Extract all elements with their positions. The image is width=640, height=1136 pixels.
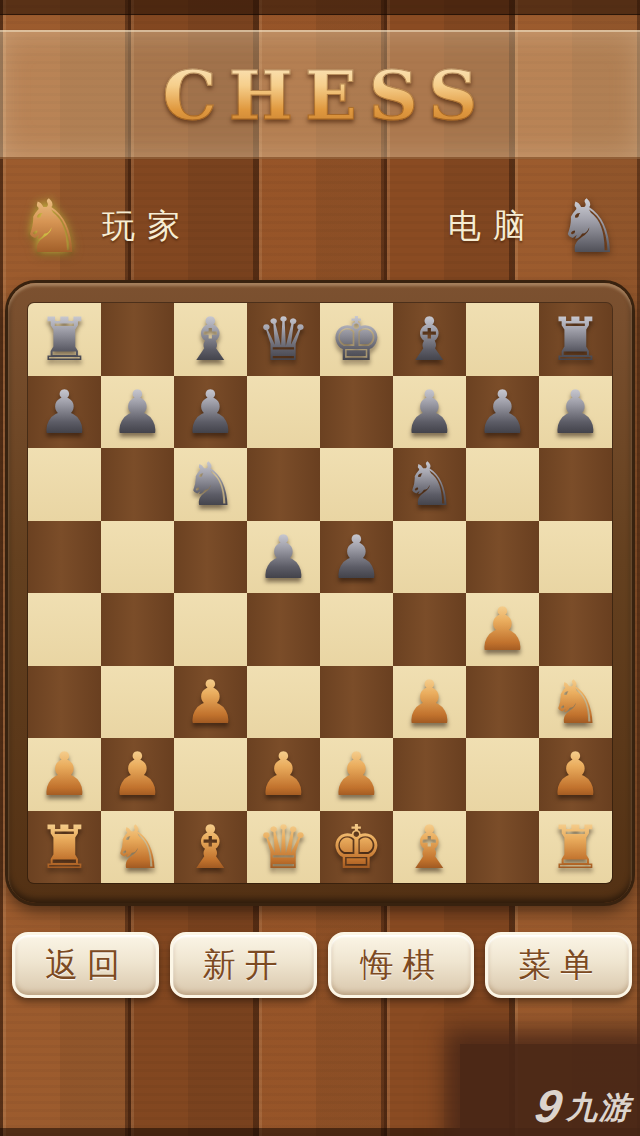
- square-h5[interactable]: [539, 521, 612, 594]
- square-c4[interactable]: [174, 593, 247, 666]
- square-d8[interactable]: ♛: [247, 303, 320, 376]
- square-b7[interactable]: ♟: [101, 376, 174, 449]
- player-left-label: 玩家: [102, 204, 192, 249]
- new-game-button[interactable]: 新开: [170, 932, 317, 998]
- square-d7[interactable]: [247, 376, 320, 449]
- square-g4[interactable]: ♟: [466, 593, 539, 666]
- piece-white-pawn: ♟: [539, 738, 612, 811]
- square-f1[interactable]: ♝: [393, 811, 466, 884]
- piece-white-knight: ♞: [101, 811, 174, 884]
- square-a8[interactable]: ♜: [28, 303, 101, 376]
- square-a5[interactable]: [28, 521, 101, 594]
- piece-black-queen: ♛: [247, 303, 320, 376]
- square-d3[interactable]: [247, 666, 320, 739]
- square-g3[interactable]: [466, 666, 539, 739]
- square-d1[interactable]: ♛: [247, 811, 320, 884]
- piece-white-pawn: ♟: [393, 666, 466, 739]
- player-right-label: 电脑: [448, 204, 538, 249]
- piece-black-pawn: ♟: [393, 376, 466, 449]
- piece-black-knight: ♞: [393, 448, 466, 521]
- square-g1[interactable]: [466, 811, 539, 884]
- square-a2[interactable]: ♟: [28, 738, 101, 811]
- square-c6[interactable]: ♞: [174, 448, 247, 521]
- square-e3[interactable]: [320, 666, 393, 739]
- square-a7[interactable]: ♟: [28, 376, 101, 449]
- piece-black-pawn: ♟: [320, 521, 393, 594]
- square-g2[interactable]: [466, 738, 539, 811]
- square-c1[interactable]: ♝: [174, 811, 247, 884]
- piece-black-pawn: ♟: [539, 376, 612, 449]
- bottom-button-bar: 返回 新开 悔棋 菜单: [12, 932, 632, 998]
- piece-white-rook: ♜: [539, 811, 612, 884]
- square-d4[interactable]: [247, 593, 320, 666]
- player-left: ♞ 玩家: [18, 186, 192, 266]
- square-e5[interactable]: ♟: [320, 521, 393, 594]
- square-e1[interactable]: ♚: [320, 811, 393, 884]
- piece-white-bishop: ♝: [174, 811, 247, 884]
- square-b6[interactable]: [101, 448, 174, 521]
- watermark-9game: 9 九游: [460, 1044, 640, 1136]
- piece-white-pawn: ♟: [247, 738, 320, 811]
- piece-white-pawn: ♟: [320, 738, 393, 811]
- square-b1[interactable]: ♞: [101, 811, 174, 884]
- title-banner: CHESS: [0, 30, 640, 159]
- piece-black-pawn: ♟: [101, 376, 174, 449]
- gold-knight-icon: ♞: [18, 186, 84, 266]
- players-bar: ♞ 玩家 电脑 ♞: [0, 178, 640, 274]
- square-e4[interactable]: [320, 593, 393, 666]
- square-a1[interactable]: ♜: [28, 811, 101, 884]
- app-title: CHESS: [151, 55, 490, 135]
- top-wood-strip: [0, 0, 640, 15]
- menu-button[interactable]: 菜单: [485, 932, 632, 998]
- square-g5[interactable]: [466, 521, 539, 594]
- square-d5[interactable]: ♟: [247, 521, 320, 594]
- piece-white-pawn: ♟: [466, 593, 539, 666]
- piece-white-pawn: ♟: [28, 738, 101, 811]
- silver-knight-icon: ♞: [556, 186, 622, 266]
- square-e7[interactable]: [320, 376, 393, 449]
- square-g6[interactable]: [466, 448, 539, 521]
- piece-white-knight: ♞: [539, 666, 612, 739]
- square-f4[interactable]: [393, 593, 466, 666]
- square-f6[interactable]: ♞: [393, 448, 466, 521]
- square-h8[interactable]: ♜: [539, 303, 612, 376]
- piece-white-bishop: ♝: [393, 811, 466, 884]
- piece-black-pawn: ♟: [247, 521, 320, 594]
- piece-black-rook: ♜: [539, 303, 612, 376]
- piece-white-rook: ♜: [28, 811, 101, 884]
- piece-black-pawn: ♟: [466, 376, 539, 449]
- square-b2[interactable]: ♟: [101, 738, 174, 811]
- board-frame: ♜♝♛♚♝♜♟♟♟♟♟♟♞♞♟♟♟♟♟♞♟♟♟♟♟♜♞♝♛♚♝♜: [8, 283, 632, 903]
- watermark-text: 九游: [566, 1090, 632, 1126]
- square-d6[interactable]: [247, 448, 320, 521]
- 9game-logo-icon: 9: [533, 1086, 566, 1126]
- square-h2[interactable]: ♟: [539, 738, 612, 811]
- undo-move-button[interactable]: 悔棋: [328, 932, 475, 998]
- board[interactable]: ♜♝♛♚♝♜♟♟♟♟♟♟♞♞♟♟♟♟♟♞♟♟♟♟♟♜♞♝♛♚♝♜: [28, 303, 612, 883]
- piece-black-knight: ♞: [174, 448, 247, 521]
- square-b8[interactable]: [101, 303, 174, 376]
- square-a6[interactable]: [28, 448, 101, 521]
- piece-white-pawn: ♟: [101, 738, 174, 811]
- piece-black-bishop: ♝: [174, 303, 247, 376]
- square-g8[interactable]: [466, 303, 539, 376]
- square-f5[interactable]: [393, 521, 466, 594]
- square-e6[interactable]: [320, 448, 393, 521]
- square-c2[interactable]: [174, 738, 247, 811]
- square-f8[interactable]: ♝: [393, 303, 466, 376]
- square-e8[interactable]: ♚: [320, 303, 393, 376]
- piece-black-pawn: ♟: [28, 376, 101, 449]
- piece-white-queen: ♛: [247, 811, 320, 884]
- square-b4[interactable]: [101, 593, 174, 666]
- square-c5[interactable]: [174, 521, 247, 594]
- piece-black-pawn: ♟: [174, 376, 247, 449]
- square-h4[interactable]: [539, 593, 612, 666]
- piece-black-bishop: ♝: [393, 303, 466, 376]
- piece-white-king: ♚: [320, 811, 393, 884]
- back-button[interactable]: 返回: [12, 932, 159, 998]
- piece-white-pawn: ♟: [174, 666, 247, 739]
- square-c7[interactable]: ♟: [174, 376, 247, 449]
- square-b5[interactable]: [101, 521, 174, 594]
- square-a4[interactable]: [28, 593, 101, 666]
- square-f7[interactable]: ♟: [393, 376, 466, 449]
- square-g7[interactable]: ♟: [466, 376, 539, 449]
- square-f2[interactable]: [393, 738, 466, 811]
- square-c3[interactable]: ♟: [174, 666, 247, 739]
- square-f3[interactable]: ♟: [393, 666, 466, 739]
- piece-black-rook: ♜: [28, 303, 101, 376]
- square-h3[interactable]: ♞: [539, 666, 612, 739]
- square-d2[interactable]: ♟: [247, 738, 320, 811]
- piece-black-king: ♚: [320, 303, 393, 376]
- square-a3[interactable]: [28, 666, 101, 739]
- square-h7[interactable]: ♟: [539, 376, 612, 449]
- square-h1[interactable]: ♜: [539, 811, 612, 884]
- square-h6[interactable]: [539, 448, 612, 521]
- square-b3[interactable]: [101, 666, 174, 739]
- player-right: 电脑 ♞: [448, 186, 622, 266]
- square-c8[interactable]: ♝: [174, 303, 247, 376]
- square-e2[interactable]: ♟: [320, 738, 393, 811]
